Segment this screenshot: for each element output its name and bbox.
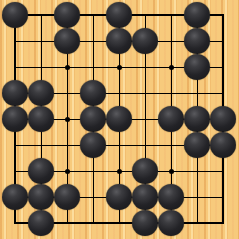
black-stone[interactable] [184, 106, 210, 132]
black-stone[interactable] [106, 2, 132, 28]
black-stone[interactable] [106, 184, 132, 210]
black-stone[interactable] [80, 106, 106, 132]
black-stone[interactable] [2, 2, 28, 28]
black-stone[interactable] [28, 80, 54, 106]
black-stone[interactable] [106, 106, 132, 132]
black-stone[interactable] [184, 28, 210, 54]
black-stone[interactable] [28, 158, 54, 184]
black-stone[interactable] [184, 132, 210, 158]
black-stone[interactable] [2, 106, 28, 132]
black-stone[interactable] [184, 54, 210, 80]
black-stone[interactable] [28, 106, 54, 132]
black-stone[interactable] [132, 158, 158, 184]
black-stone[interactable] [54, 28, 80, 54]
black-stone[interactable] [80, 80, 106, 106]
black-stone[interactable] [158, 106, 184, 132]
stones-layer [2, 2, 236, 236]
black-stone[interactable] [28, 184, 54, 210]
black-stone[interactable] [132, 210, 158, 236]
black-stone[interactable] [2, 80, 28, 106]
black-stone[interactable] [80, 132, 106, 158]
black-stone[interactable] [210, 106, 236, 132]
black-stone[interactable] [28, 210, 54, 236]
black-stone[interactable] [2, 184, 28, 210]
black-stone[interactable] [184, 2, 210, 28]
black-stone[interactable] [210, 132, 236, 158]
black-stone[interactable] [54, 184, 80, 210]
black-stone[interactable] [54, 2, 80, 28]
black-stone[interactable] [158, 184, 184, 210]
black-stone[interactable] [158, 210, 184, 236]
black-stone[interactable] [132, 184, 158, 210]
black-stone[interactable] [106, 28, 132, 54]
go-board[interactable] [0, 0, 239, 239]
black-stone[interactable] [132, 28, 158, 54]
